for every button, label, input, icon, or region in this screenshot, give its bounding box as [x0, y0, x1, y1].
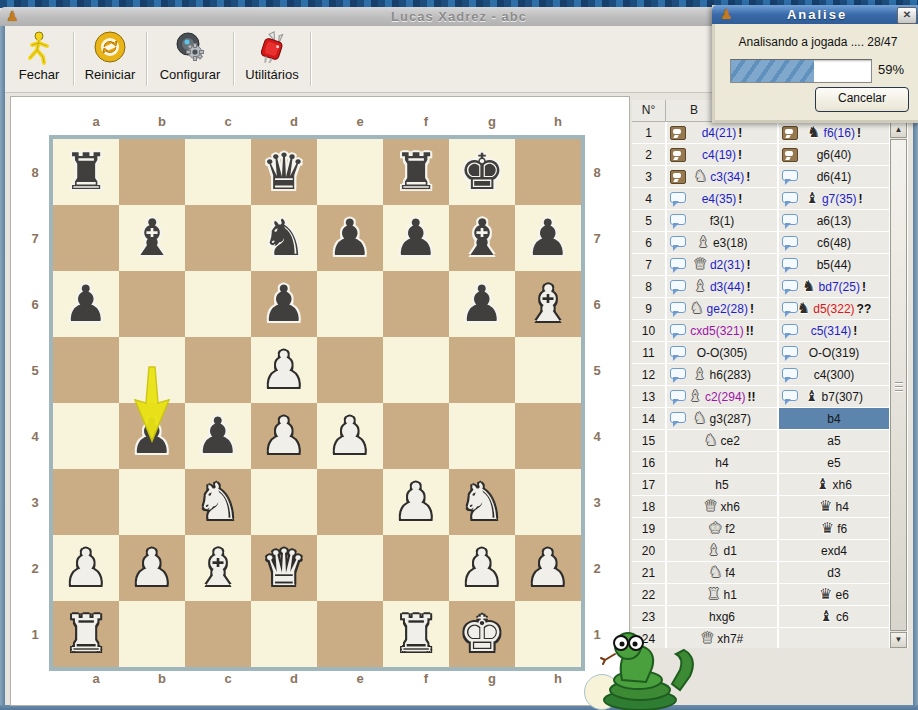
square-f5[interactable] [383, 337, 449, 403]
move-text: f2 [725, 522, 735, 536]
square-g1[interactable]: ♚ [449, 601, 515, 667]
move-number: 3 [632, 166, 665, 187]
dialog-close-icon[interactable]: ✕ [897, 7, 917, 24]
move-text: ce2 [721, 434, 740, 448]
move-row: 1d4(21)!♞f6(16)! [632, 122, 890, 143]
comment-bubble-icon [670, 390, 686, 401]
square-d6[interactable]: ♟ [251, 271, 317, 337]
figurine-icon: ♞ [709, 565, 722, 580]
square-d4[interactable]: ♟ [251, 403, 317, 469]
square-g3[interactable]: ♞ [449, 469, 515, 535]
figurine-icon: ♝ [693, 367, 706, 382]
comment-bubble-icon [782, 192, 798, 203]
black-move-cell[interactable]: b4 [779, 408, 889, 429]
move-text: e5 [827, 456, 840, 470]
square-g4[interactable] [449, 403, 515, 469]
white-pawn: ♟ [53, 536, 119, 602]
figurine-icon: ♛ [819, 587, 832, 602]
move-text: b7(307) [822, 390, 863, 404]
square-c5[interactable] [185, 337, 251, 403]
square-c6[interactable] [185, 271, 251, 337]
square-h2[interactable]: ♟ [515, 535, 581, 601]
square-d8[interactable]: ♛ [251, 139, 317, 205]
move-annotation: ! [747, 280, 751, 294]
square-h1[interactable] [515, 601, 581, 667]
comment-bubble-icon [782, 170, 798, 181]
coord-label: 6 [27, 271, 43, 337]
coord-label: c [195, 114, 261, 130]
white-move-cell[interactable]: ♝e3(18) [667, 232, 777, 253]
move-annotation: ! [859, 192, 863, 206]
square-f2[interactable] [383, 535, 449, 601]
move-text: xh6 [721, 500, 740, 514]
toolbar-separator [73, 32, 75, 86]
white-move-cell[interactable]: ♝d1 [667, 540, 777, 561]
white-pawn: ♟ [251, 404, 317, 470]
move-row: 10cxd5(321)!!c5(314)! [632, 320, 890, 341]
figurine-icon: ♛ [819, 499, 832, 514]
figurine-icon: ♞ [797, 301, 810, 316]
move-number: 4 [632, 188, 665, 209]
move-text: hxg6 [709, 610, 735, 624]
figurine-icon: ♝ [805, 191, 818, 206]
black-queen: ♛ [251, 140, 317, 206]
square-c3[interactable]: ♞ [185, 469, 251, 535]
comment-bubble-icon [670, 258, 686, 269]
toolbar-label: Fechar [13, 67, 65, 82]
square-e2[interactable] [317, 535, 383, 601]
square-c1[interactable] [185, 601, 251, 667]
move-annotation: ! [747, 258, 751, 272]
opening-book-icon [782, 126, 798, 140]
black-move-cell[interactable]: ♛f6 [779, 518, 889, 539]
white-move-cell[interactable]: ♛xh6 [667, 496, 777, 517]
scroll-down-button[interactable]: ▼ [890, 632, 907, 648]
move-row: 3♞c3(34)!d6(41) [632, 166, 890, 187]
white-pawn: ♟ [515, 536, 581, 602]
move-text: c5(314) [811, 324, 852, 338]
move-annotation: ! [738, 126, 742, 140]
square-d7[interactable]: ♞ [251, 205, 317, 271]
comment-bubble-icon [670, 236, 686, 247]
black-move-cell[interactable]: c4(300) [779, 364, 889, 385]
move-number: 13 [632, 386, 665, 407]
comment-bubble-icon [782, 368, 798, 379]
white-move-cell[interactable]: d4(21)! [667, 122, 777, 143]
move-annotation: ! [746, 170, 750, 184]
restart-button[interactable]: Reiniciar [81, 28, 139, 90]
move-row: 19♚f2♛f6 [632, 518, 890, 539]
black-move-cell[interactable]: O-O(319) [779, 342, 889, 363]
square-a2[interactable]: ♟ [53, 535, 119, 601]
square-f7[interactable]: ♟ [383, 205, 449, 271]
black-move-cell[interactable]: g6(40) [779, 144, 889, 165]
square-d3[interactable] [251, 469, 317, 535]
move-text: a5 [827, 434, 840, 448]
black-move-cell[interactable]: ♛h4 [779, 496, 889, 517]
move-annotation: !! [748, 390, 756, 404]
move-row: 22♜h1♛e6 [632, 584, 890, 605]
coord-label: g [459, 671, 525, 687]
file-labels-bottom: abcdefgh [63, 671, 591, 687]
white-move-cell[interactable]: ♞ge2(28)! [667, 298, 777, 319]
move-number: 17 [632, 474, 665, 495]
black-move-cell[interactable]: ♛e6 [779, 584, 889, 605]
figurine-icon: ♛ [693, 257, 706, 272]
move-row: 14♞g3(287)b4 [632, 408, 890, 429]
coord-label: 8 [589, 139, 605, 205]
coord-label: a [63, 671, 129, 687]
white-move-cell[interactable]: h4 [667, 452, 777, 473]
move-text: c6 [836, 610, 849, 624]
square-g7[interactable]: ♝ [449, 205, 515, 271]
black-pawn: ♟ [515, 206, 581, 272]
coord-label: b [129, 114, 195, 130]
figurine-icon: ♛ [821, 521, 834, 536]
white-rook: ♜ [53, 602, 119, 668]
square-h3[interactable] [515, 469, 581, 535]
move-annotation: !! [746, 324, 754, 338]
running-man-icon [22, 30, 56, 66]
square-b1[interactable] [119, 601, 185, 667]
white-move-cell[interactable]: cxd5(321)!! [667, 320, 777, 341]
move-number: 7 [632, 254, 665, 275]
move-text: c3(34) [710, 170, 744, 184]
move-text: c2(294) [705, 390, 746, 404]
square-b3[interactable] [119, 469, 185, 535]
white-move-cell[interactable]: hxg6 [667, 606, 777, 627]
square-e4[interactable]: ♟ [317, 403, 383, 469]
square-c4[interactable]: ♟ [185, 403, 251, 469]
move-text: e6 [836, 588, 849, 602]
square-b6[interactable] [119, 271, 185, 337]
coord-label: 2 [589, 535, 605, 601]
black-move-cell[interactable]: ♞f6(16)! [779, 122, 889, 143]
comment-bubble-icon [670, 324, 686, 335]
figurine-icon: ♞ [693, 411, 706, 426]
comment-bubble-icon [670, 346, 686, 357]
square-g2[interactable]: ♟ [449, 535, 515, 601]
move-text: d4(21) [702, 126, 737, 140]
comment-bubble-icon [782, 258, 798, 269]
black-move-cell[interactable]: exd4 [779, 540, 889, 561]
move-number: 8 [632, 276, 665, 297]
move-text: g6(40) [817, 148, 852, 162]
coord-label: 3 [27, 469, 43, 535]
scroll-up-button[interactable]: ▲ [890, 122, 907, 138]
move-row: 6♝e3(18)c6(48) [632, 232, 890, 253]
white-move-cell[interactable]: ♜h1 [667, 584, 777, 605]
figurine-icon: ♜ [707, 587, 720, 602]
white-knight: ♞ [185, 470, 251, 536]
move-text: d3 [827, 566, 840, 580]
square-e7[interactable]: ♟ [317, 205, 383, 271]
white-move-cell[interactable]: ♞c3(34)! [667, 166, 777, 187]
black-move-cell[interactable]: d6(41) [779, 166, 889, 187]
move-text: f6 [837, 522, 847, 536]
square-h5[interactable] [515, 337, 581, 403]
coord-label: b [129, 671, 195, 687]
square-f6[interactable] [383, 271, 449, 337]
coord-label: 5 [27, 337, 43, 403]
black-pawn: ♟ [383, 206, 449, 272]
move-row: 13♝c2(294)!!♝b7(307) [632, 386, 890, 407]
white-move-cell[interactable]: ♝c2(294)!! [667, 386, 777, 407]
square-h7[interactable]: ♟ [515, 205, 581, 271]
move-text: d5(322) [813, 302, 854, 316]
white-move-cell[interactable]: f3(1) [667, 210, 777, 231]
rank-labels-right: 87654321 [589, 139, 605, 667]
move-row: 15♞ce2a5 [632, 430, 890, 451]
white-queen: ♛ [251, 536, 317, 602]
square-e5[interactable] [317, 337, 383, 403]
move-row: 21♞f4d3 [632, 562, 890, 583]
white-move-cell[interactable]: e4(35)! [667, 188, 777, 209]
square-a6[interactable]: ♟ [53, 271, 119, 337]
square-b7[interactable]: ♝ [119, 205, 185, 271]
black-rook: ♜ [53, 140, 119, 206]
coord-label: 1 [27, 601, 43, 667]
black-move-cell[interactable]: c6(48) [779, 232, 889, 253]
figurine-icon: ♚ [709, 521, 722, 536]
square-d2[interactable]: ♛ [251, 535, 317, 601]
coord-label: c [195, 671, 261, 687]
black-move-cell[interactable]: a6(13) [779, 210, 889, 231]
figurine-icon: ♛ [704, 499, 717, 514]
move-number: 16 [632, 452, 665, 473]
square-a4[interactable] [53, 403, 119, 469]
cancel-button[interactable]: Cancelar [815, 87, 909, 112]
square-g5[interactable] [449, 337, 515, 403]
coord-label: 4 [27, 403, 43, 469]
close-game-button[interactable]: Fechar [13, 28, 65, 90]
white-rook: ♜ [383, 602, 449, 668]
square-h6[interactable]: ♝ [515, 271, 581, 337]
rank-labels-left: 87654321 [27, 139, 43, 667]
move-text: c6(48) [817, 236, 851, 250]
move-row: 9♞ge2(28)!♞d5(322)?? [632, 298, 890, 319]
opening-book-icon [670, 148, 686, 162]
move-number: 11 [632, 342, 665, 363]
white-pawn: ♟ [383, 470, 449, 536]
square-c7[interactable] [185, 205, 251, 271]
coord-label: f [393, 114, 459, 130]
black-move-cell[interactable]: ♝c6 [779, 606, 889, 627]
window-border-left [0, 26, 5, 710]
square-a7[interactable] [53, 205, 119, 271]
black-move-cell[interactable]: ♞d5(322)?? [779, 298, 889, 319]
move-text: c4(19) [702, 148, 736, 162]
square-f3[interactable]: ♟ [383, 469, 449, 535]
move-text: c4(300) [814, 368, 855, 382]
figurine-icon: ♝ [805, 389, 818, 404]
white-move-cell[interactable]: ♛d2(31)! [667, 254, 777, 275]
comment-bubble-icon [670, 214, 686, 225]
white-move-cell[interactable]: ♞f4 [667, 562, 777, 583]
move-text: exd4 [821, 544, 847, 558]
move-number: 1 [632, 122, 665, 143]
square-c2[interactable]: ♝ [185, 535, 251, 601]
comment-bubble-icon [782, 346, 798, 357]
white-move-cell[interactable]: ♝h6(283) [667, 364, 777, 385]
black-move-cell[interactable]: e5 [779, 452, 889, 473]
coord-label: h [525, 671, 591, 687]
black-knight: ♞ [251, 206, 317, 272]
move-annotation: ! [738, 148, 742, 162]
move-annotation: ! [857, 126, 861, 140]
black-move-cell[interactable]: ♝g7(35)! [779, 188, 889, 209]
move-number: 20 [632, 540, 665, 561]
comment-bubble-icon [670, 368, 686, 379]
figurine-icon: ♞ [690, 301, 703, 316]
move-text: cxd5(321) [690, 324, 743, 338]
move-row: 8♝d3(44)!♞bd7(25)! [632, 276, 890, 297]
coord-label: 3 [589, 469, 605, 535]
white-move-cell[interactable]: h5 [667, 474, 777, 495]
move-number: 5 [632, 210, 665, 231]
move-row: 18♛xh6♛h4 [632, 496, 890, 517]
black-move-cell[interactable]: ♝b7(307) [779, 386, 889, 407]
figurine-icon: ♝ [819, 609, 832, 624]
black-bishop: ♝ [119, 206, 185, 272]
move-row: 17h5♝xh6 [632, 474, 890, 495]
black-move-cell[interactable]: c5(314)! [779, 320, 889, 341]
square-f4[interactable] [383, 403, 449, 469]
move-number: 23 [632, 606, 665, 627]
white-bishop: ♝ [515, 272, 581, 338]
white-move-cell[interactable]: c4(19)! [667, 144, 777, 165]
figurine-icon: ♞ [802, 279, 815, 294]
square-e3[interactable] [317, 469, 383, 535]
toolbar-separator [310, 32, 312, 86]
move-row: 7♛d2(31)!b5(44) [632, 254, 890, 275]
toolbar-separator [146, 32, 148, 86]
square-c8[interactable] [185, 139, 251, 205]
black-pawn: ♟ [53, 272, 119, 338]
black-rook: ♜ [383, 140, 449, 206]
square-a1[interactable]: ♜ [53, 601, 119, 667]
square-f8[interactable]: ♜ [383, 139, 449, 205]
move-text: O-O(319) [809, 346, 860, 360]
comment-bubble-icon [782, 280, 798, 291]
black-move-cell[interactable]: ♞bd7(25)! [779, 276, 889, 297]
move-annotation: ?? [857, 302, 872, 316]
opening-book-icon [782, 148, 798, 162]
move-text: e3(18) [713, 236, 748, 250]
square-h4[interactable] [515, 403, 581, 469]
square-d1[interactable] [251, 601, 317, 667]
scrollbar-thumb[interactable] [890, 139, 907, 631]
move-annotation: ! [750, 302, 754, 316]
move-number: 6 [632, 232, 665, 253]
figurine-icon: ♝ [688, 389, 701, 404]
analysis-dialog: ♟ Analise ✕ Analisando a jogada .... 28/… [712, 5, 918, 123]
progress-bar [730, 59, 872, 83]
window-border-right [913, 120, 918, 710]
comment-bubble-icon [670, 302, 686, 313]
move-text: d6(41) [817, 170, 852, 184]
figurine-icon: ♝ [696, 235, 709, 250]
coord-label: f [393, 671, 459, 687]
square-d5[interactable]: ♟ [251, 337, 317, 403]
dialog-title: Analise [712, 7, 918, 22]
move-list-scrollbar[interactable]: ▲ ▼ [890, 122, 907, 648]
square-e1[interactable] [317, 601, 383, 667]
square-g8[interactable]: ♚ [449, 139, 515, 205]
white-king: ♚ [449, 602, 515, 668]
square-f1[interactable]: ♜ [383, 601, 449, 667]
white-bishop: ♝ [185, 536, 251, 602]
move-number: 9 [632, 298, 665, 319]
comment-bubble-icon [782, 302, 798, 313]
configure-button[interactable]: Configurar [155, 28, 225, 90]
move-text: d3(44) [710, 280, 745, 294]
black-pawn: ♟ [251, 272, 317, 338]
move-text: a6(13) [817, 214, 852, 228]
white-move-cell[interactable]: ♞g3(287) [667, 408, 777, 429]
dialog-titlebar[interactable]: ♟ Analise ✕ [712, 5, 918, 24]
board-panel: abcdefgh abcdefgh 87654321 87654321 ♜♛♜♚… [10, 96, 630, 706]
move-text: f3(1) [710, 214, 735, 228]
utilities-button[interactable]: Utilitários [240, 28, 304, 90]
move-row: 12♝h6(283)c4(300) [632, 364, 890, 385]
move-row: 5f3(1)a6(13) [632, 210, 890, 231]
move-text: g3(287) [710, 412, 751, 426]
square-g6[interactable]: ♟ [449, 271, 515, 337]
white-move-cell[interactable]: ♚f2 [667, 518, 777, 539]
move-row: 11O-O(305)O-O(319) [632, 342, 890, 363]
move-text: h6(283) [710, 368, 751, 382]
black-bishop: ♝ [449, 206, 515, 272]
white-move-cell[interactable]: O-O(305) [667, 342, 777, 363]
move-number: 14 [632, 408, 665, 429]
square-a5[interactable] [53, 337, 119, 403]
move-number: 18 [632, 496, 665, 517]
square-e6[interactable] [317, 271, 383, 337]
move-text: h4 [836, 500, 849, 514]
coord-label: d [261, 114, 327, 130]
black-move-cell[interactable]: ♝xh6 [779, 474, 889, 495]
square-e8[interactable] [317, 139, 383, 205]
white-move-cell[interactable]: ♞ce2 [667, 430, 777, 451]
move-number: 12 [632, 364, 665, 385]
white-move-cell[interactable]: ♝d3(44)! [667, 276, 777, 297]
black-pawn: ♟ [449, 272, 515, 338]
figurine-icon: ♞ [807, 125, 820, 140]
gears-icon [173, 30, 207, 66]
last-move-arrow [119, 363, 185, 445]
move-text: d2(31) [710, 258, 745, 272]
move-text: d1 [724, 544, 737, 558]
restart-icon [93, 30, 127, 66]
move-text: h4 [715, 456, 728, 470]
white-pawn: ♟ [449, 536, 515, 602]
square-h8[interactable] [515, 139, 581, 205]
square-b8[interactable] [119, 139, 185, 205]
coord-label: a [63, 114, 129, 130]
black-move-cell[interactable]: a5 [779, 430, 889, 451]
move-row: 20♝d1exd4 [632, 540, 890, 561]
black-move-cell[interactable]: d3 [779, 562, 889, 583]
square-a3[interactable] [53, 469, 119, 535]
square-b2[interactable]: ♟ [119, 535, 185, 601]
black-move-cell[interactable] [779, 628, 889, 648]
black-move-cell[interactable]: b5(44) [779, 254, 889, 275]
square-a8[interactable]: ♜ [53, 139, 119, 205]
toolbar-label: Reiniciar [81, 67, 139, 82]
comment-bubble-icon [782, 324, 798, 335]
coord-label: d [261, 671, 327, 687]
